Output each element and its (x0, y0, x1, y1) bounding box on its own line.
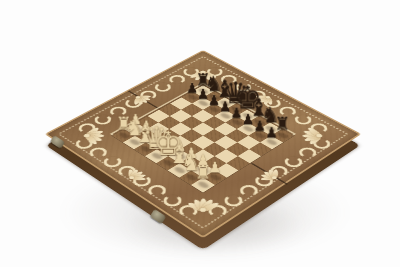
chess-board: ♜♞♝♛♚♝♞♜♟♟♟♟♟♟♟♟♟♟♟♟♟♟♟♟♜♞♝♛♚♝♞♜ (45, 50, 362, 238)
scroll-curl-icon (124, 98, 141, 107)
scroll-curl-icon (250, 90, 267, 99)
scroll-curl-icon (94, 115, 112, 125)
scroll-curl-icon (235, 83, 252, 92)
photo-scene: ♜♞♝♛♚♝♞♜♟♟♟♟♟♟♟♟♟♟♟♟♟♟♟♟♜♞♝♛♚♝♞♜ (0, 0, 400, 267)
scroll-curl-icon (279, 106, 297, 115)
scroll-curl-icon (169, 75, 185, 84)
product-photo: ♜♞♝♛♚♝♞♜♟♟♟♟♟♟♟♟♟♟♟♟♟♟♟♟♜♞♝♛♚♝♞♜ (0, 0, 400, 267)
scroll-curl-icon (295, 115, 313, 125)
scroll-curl-icon (109, 106, 127, 115)
scroll-curl-icon (264, 98, 281, 107)
scroll-curl-icon (221, 75, 237, 84)
scroll-curl-icon (207, 67, 223, 76)
scroll-curl-icon (154, 83, 171, 92)
scroll-curl-icon (139, 90, 156, 99)
scroll-curl-icon (310, 123, 328, 133)
scroll-curl-icon (183, 67, 199, 76)
